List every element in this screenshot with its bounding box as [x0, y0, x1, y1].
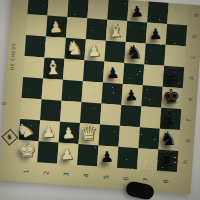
- board-brand-text: US CHESS: [10, 43, 17, 71]
- rank-label-3: 3: [57, 164, 76, 185]
- square-e5: [101, 83, 122, 105]
- square-a1: [27, 0, 48, 16]
- square-f6: [120, 105, 141, 127]
- square-a6: [127, 0, 148, 22]
- square-d6: [123, 63, 144, 85]
- square-f4: [80, 102, 101, 124]
- square-d7: [143, 64, 164, 86]
- square-b5: [106, 20, 127, 42]
- rank-label-5: 5: [97, 166, 116, 187]
- square-d1: [23, 56, 44, 78]
- board-grid: [17, 0, 188, 172]
- rank-label-4: 4: [77, 165, 96, 186]
- square-b1: [26, 14, 47, 36]
- square-g5: [99, 124, 120, 146]
- square-f7: [140, 106, 161, 128]
- square-c5: [104, 41, 125, 63]
- square-e3: [62, 80, 83, 102]
- square-g4: [79, 123, 100, 145]
- square-g6: [118, 126, 139, 148]
- square-h5: [97, 145, 118, 167]
- square-g1: [19, 119, 40, 141]
- knight-diamond-logo-icon: ♞: [1, 129, 18, 146]
- square-h6: [117, 147, 138, 169]
- square-a8: [167, 3, 188, 25]
- square-d2: [43, 57, 64, 79]
- square-a5: [107, 0, 128, 21]
- square-b8: [166, 24, 187, 46]
- square-c8: [164, 45, 185, 67]
- square-g2: [39, 120, 60, 142]
- square-c6: [124, 42, 145, 64]
- square-f3: [60, 101, 81, 123]
- square-h8: [157, 150, 178, 172]
- square-e1: [22, 77, 43, 99]
- square-b2: [46, 16, 67, 38]
- rank-label-1: 1: [17, 161, 36, 182]
- square-e8: [161, 87, 182, 109]
- square-g3: [59, 122, 80, 144]
- square-h3: [57, 143, 78, 165]
- square-b3: [66, 17, 87, 39]
- square-f5: [100, 104, 121, 126]
- square-b4: [86, 18, 107, 40]
- square-h4: [77, 144, 98, 166]
- square-e6: [121, 84, 142, 106]
- square-b7: [146, 23, 167, 45]
- square-f1: [20, 98, 41, 120]
- chess-board-photo: 12345678abcdefgh US CHESS ♞ ♚♛♝♝♞♞♟♟♟♟♟♚…: [0, 0, 200, 200]
- square-g7: [138, 127, 159, 149]
- square-a2: [47, 0, 68, 17]
- rank-label-2: 2: [37, 162, 56, 183]
- square-h2: [37, 141, 58, 163]
- square-e2: [42, 78, 63, 100]
- square-f2: [40, 99, 61, 121]
- square-c3: [64, 38, 85, 60]
- square-d8: [163, 66, 184, 88]
- square-e7: [141, 85, 162, 107]
- square-c7: [144, 43, 165, 65]
- square-h1: [17, 140, 38, 162]
- square-d3: [63, 59, 84, 81]
- square-a7: [147, 2, 168, 24]
- square-a4: [87, 0, 108, 20]
- knight-glyph: ♞: [6, 133, 13, 140]
- square-c1: [25, 35, 46, 57]
- square-d4: [83, 60, 104, 82]
- rank-label-8: 8: [157, 171, 176, 192]
- chess-board: 12345678abcdefgh US CHESS ♞ ♚♛♝♝♞♞♟♟♟♟♟♚…: [0, 0, 200, 194]
- square-a3: [67, 0, 88, 18]
- square-c2: [45, 36, 66, 58]
- square-d5: [103, 62, 124, 84]
- square-g8: [158, 129, 179, 151]
- square-c4: [84, 39, 105, 61]
- margin-mark: 6: [0, 102, 7, 106]
- square-e4: [81, 81, 102, 103]
- square-h7: [137, 148, 158, 170]
- square-f8: [160, 108, 181, 130]
- square-b6: [126, 21, 147, 43]
